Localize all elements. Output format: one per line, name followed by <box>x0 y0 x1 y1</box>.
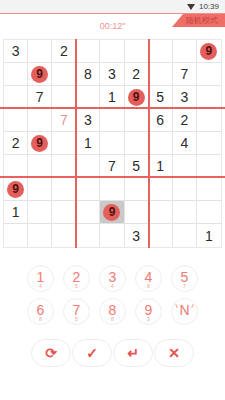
remaining-count: 5 <box>75 317 78 322</box>
highlighted-number: 9 <box>200 43 217 60</box>
refresh-icon: ⟳ <box>45 345 57 361</box>
cell-r4c8[interactable]: 2 <box>173 109 197 132</box>
cell-r8c6[interactable] <box>125 201 149 224</box>
cell-r1c5[interactable] <box>100 40 124 63</box>
numpad-label: 6 <box>37 303 45 317</box>
remaining-count: 8 <box>111 317 114 322</box>
cell-r7c3[interactable] <box>52 178 76 201</box>
cell-r1c9[interactable]: 9 <box>197 40 221 63</box>
cell-r2c3[interactable] <box>52 63 76 86</box>
cell-r2c8[interactable]: 7 <box>173 63 197 86</box>
cell-r6c3[interactable] <box>52 155 76 178</box>
cell-r5c9[interactable] <box>197 132 221 155</box>
cell-r4c1[interactable] <box>4 109 28 132</box>
toolbar: ⟳ ✓ ↵ ✕ <box>0 339 225 367</box>
cell-r6c4[interactable] <box>76 155 100 178</box>
cell-r8c1[interactable]: 1 <box>4 201 28 224</box>
cell-r5c5[interactable] <box>100 132 124 155</box>
highlighted-number: 9 <box>7 181 24 198</box>
cell-number: 3 <box>84 112 92 128</box>
cell-number: 7 <box>180 66 188 82</box>
cell-r2c5[interactable]: 3 <box>100 63 124 86</box>
close-button[interactable]: ✕ <box>154 339 194 367</box>
cell-r3c5[interactable]: 1 <box>100 86 124 109</box>
remaining-count: 3 <box>147 317 150 322</box>
numpad-button-7[interactable]: 75 <box>63 298 90 325</box>
cell-r9c8[interactable] <box>173 224 197 247</box>
cell-r4c3[interactable]: 7 <box>52 109 76 132</box>
highlighted-number: 9 <box>31 135 48 152</box>
cell-r8c4[interactable] <box>76 201 100 224</box>
cell-number: 3 <box>132 228 140 244</box>
numpad-button-3[interactable]: 34 <box>99 265 126 292</box>
cell-r3c2[interactable]: 7 <box>28 86 52 109</box>
cell-r7c4[interactable] <box>76 178 100 201</box>
cell-r1c7[interactable] <box>149 40 173 63</box>
cell-r8c8[interactable] <box>173 201 197 224</box>
cell-r5c7[interactable] <box>149 132 173 155</box>
cell-r7c1[interactable]: 9 <box>4 178 28 201</box>
cell-number: 1 <box>205 228 213 244</box>
numpad-label: N <box>179 303 189 317</box>
status-clock: 10:39 <box>199 2 219 11</box>
cell-r7c6[interactable] <box>125 178 149 201</box>
numpad-label: 7 <box>73 303 81 317</box>
cell-number: 2 <box>180 112 188 128</box>
cell-r4c9[interactable] <box>197 109 221 132</box>
cell-r5c1[interactable]: 2 <box>4 132 28 155</box>
remaining-count: 5 <box>75 284 78 289</box>
cell-r5c2[interactable]: 9 <box>28 132 52 155</box>
cell-r1c3[interactable]: 2 <box>52 40 76 63</box>
cell-r6c2[interactable] <box>28 155 52 178</box>
cell-r5c8[interactable]: 4 <box>173 132 197 155</box>
cell-r9c9[interactable]: 1 <box>197 224 221 247</box>
cell-r1c4[interactable] <box>76 40 100 63</box>
cell-r8c9[interactable] <box>197 201 221 224</box>
cell-r3c7[interactable]: 5 <box>149 86 173 109</box>
undo-button[interactable]: ↵ <box>113 339 153 367</box>
note-mode-button[interactable]: N <box>171 298 198 325</box>
cell-r4c7[interactable]: 6 <box>149 109 173 132</box>
numpad-label: 2 <box>73 270 81 284</box>
cell-number: 6 <box>156 112 164 128</box>
cell-r3c9[interactable] <box>197 86 221 109</box>
highlighted-number: 9 <box>128 89 145 106</box>
cell-r8c5[interactable]: 9 <box>100 201 124 224</box>
header-divider <box>0 13 225 14</box>
mode-badge[interactable]: 随机模式 <box>172 14 225 27</box>
cell-number: 1 <box>12 204 20 220</box>
cell-r7c9[interactable] <box>197 178 221 201</box>
cell-number: 2 <box>12 135 20 151</box>
cell-r3c6[interactable]: 9 <box>125 86 149 109</box>
cell-r8c7[interactable] <box>149 201 173 224</box>
cell-r7c8[interactable] <box>173 178 197 201</box>
cell-r9c2[interactable] <box>28 224 52 247</box>
cell-number: 1 <box>108 89 116 105</box>
cell-r6c1[interactable] <box>4 155 28 178</box>
refresh-button[interactable]: ⟳ <box>31 339 71 367</box>
cell-r3c4[interactable] <box>76 86 100 109</box>
cell-r2c9[interactable] <box>197 63 221 86</box>
box-line-vertical-1 <box>75 39 77 248</box>
cell-r9c3[interactable] <box>52 224 76 247</box>
numpad-label: 4 <box>145 270 153 284</box>
cell-r8c3[interactable] <box>52 201 76 224</box>
remaining-count: 8 <box>39 317 42 322</box>
cell-r9c4[interactable] <box>76 224 100 247</box>
numpad-button-2[interactable]: 25 <box>63 265 90 292</box>
cell-r4c6[interactable] <box>125 109 149 132</box>
cell-r7c5[interactable] <box>100 178 124 201</box>
undo-icon: ↵ <box>127 345 139 361</box>
cell-r9c5[interactable] <box>100 224 124 247</box>
cell-r5c6[interactable] <box>125 132 149 155</box>
highlighted-number: 9 <box>103 204 120 221</box>
remaining-count: 7 <box>183 284 186 289</box>
box-line-horizontal-1 <box>0 107 225 109</box>
cell-r4c2[interactable] <box>28 109 52 132</box>
cell-number: 7 <box>60 112 68 128</box>
number-pad-row-2: 68758893N <box>27 298 198 325</box>
cell-number: 1 <box>156 158 164 174</box>
remaining-count: 8 <box>147 284 150 289</box>
cell-r2c2[interactable]: 9 <box>28 63 52 86</box>
cell-r3c8[interactable]: 3 <box>173 86 197 109</box>
numpad-button-6[interactable]: 68 <box>27 298 54 325</box>
cell-r6c9[interactable] <box>197 155 221 178</box>
numpad-label: 5 <box>181 270 189 284</box>
check-icon: ✓ <box>86 345 98 361</box>
highlighted-number: 9 <box>31 66 48 83</box>
box-line-horizontal-2 <box>0 176 225 178</box>
cell-number: 3 <box>108 66 116 82</box>
cell-r2c7[interactable] <box>149 63 173 86</box>
cell-r9c7[interactable] <box>149 224 173 247</box>
cell-number: 2 <box>132 66 140 82</box>
cell-r1c2[interactable] <box>28 40 52 63</box>
cell-r8c2[interactable] <box>28 201 52 224</box>
cell-r1c8[interactable] <box>173 40 197 63</box>
cell-r3c1[interactable] <box>4 86 28 109</box>
numpad-button-1[interactable]: 14 <box>27 265 54 292</box>
number-pad-row-1: 1425344857 <box>27 265 198 292</box>
numpad-button-9[interactable]: 93 <box>135 298 162 325</box>
cell-r4c4[interactable]: 3 <box>76 109 100 132</box>
cell-number: 1 <box>84 135 92 151</box>
cell-number: 8 <box>84 66 92 82</box>
cell-r6c6[interactable]: 5 <box>125 155 149 178</box>
cell-number: 7 <box>108 158 116 174</box>
cell-number: 2 <box>60 43 68 59</box>
cell-r5c3[interactable] <box>52 132 76 155</box>
cell-r6c7[interactable]: 1 <box>149 155 173 178</box>
cell-r5c4[interactable]: 1 <box>76 132 100 155</box>
cell-number: 5 <box>132 158 140 174</box>
check-button[interactable]: ✓ <box>72 339 112 367</box>
cell-r2c1[interactable] <box>4 63 28 86</box>
numpad-label: 8 <box>109 303 117 317</box>
cell-number: 5 <box>156 89 164 105</box>
numpad-label: 9 <box>145 303 153 317</box>
numpad-button-4[interactable]: 48 <box>135 265 162 292</box>
cell-r2c6[interactable]: 2 <box>125 63 149 86</box>
cell-r3c3[interactable] <box>52 86 76 109</box>
cell-r1c6[interactable] <box>125 40 149 63</box>
cell-r7c2[interactable] <box>28 178 52 201</box>
numpad-label: 1 <box>37 270 45 284</box>
numpad-label: 3 <box>109 270 117 284</box>
box-line-vertical-2 <box>148 39 150 248</box>
cell-number: 7 <box>36 89 44 105</box>
cell-r4c5[interactable] <box>100 109 124 132</box>
numpad-button-5[interactable]: 57 <box>171 265 198 292</box>
cell-r9c1[interactable] <box>4 224 28 247</box>
remaining-count: 4 <box>111 284 114 289</box>
number-pad: 142534485768758893N <box>0 265 225 325</box>
close-icon: ✕ <box>168 345 180 361</box>
remaining-count: 4 <box>39 284 42 289</box>
status-bar: 10:39 <box>0 0 225 13</box>
numpad-button-8[interactable]: 88 <box>99 298 126 325</box>
sudoku-board: 32998327719537362291475191931 <box>3 39 222 248</box>
wifi-icon <box>187 4 195 10</box>
cell-r6c8[interactable] <box>173 155 197 178</box>
cell-r7c7[interactable] <box>149 178 173 201</box>
cell-number: 3 <box>12 43 20 59</box>
cell-r2c4[interactable]: 8 <box>76 63 100 86</box>
cell-number: 3 <box>180 89 188 105</box>
cell-number: 4 <box>180 135 188 151</box>
cell-r9c6[interactable]: 3 <box>125 224 149 247</box>
cell-r1c1[interactable]: 3 <box>4 40 28 63</box>
cell-r6c5[interactable]: 7 <box>100 155 124 178</box>
